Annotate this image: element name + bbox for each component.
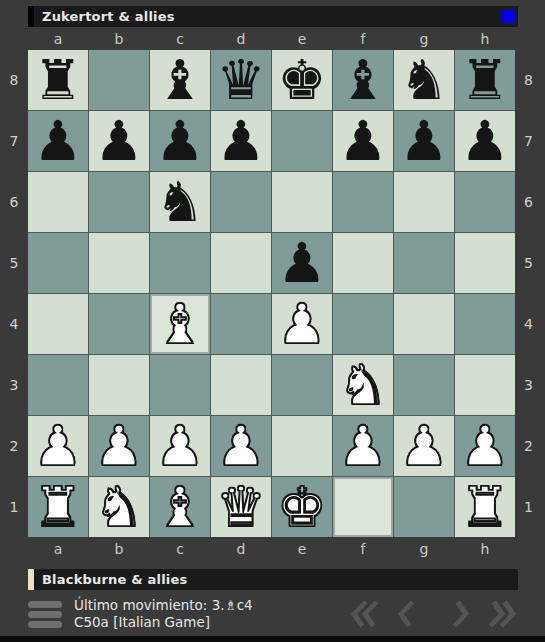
square-g7[interactable]: ♟ [394,111,454,171]
file-label-e: e [272,537,332,561]
rank-label-7: 7 [515,111,542,171]
chevron-left-icon [392,597,421,631]
piece-white-pawn[interactable]: ♟ [277,294,326,354]
file-label-b: b [89,27,149,50]
footer: Último movimiento: 3.♗c4 C50a [Italian G… [28,597,518,631]
rank-label-4: 4 [0,294,28,354]
square-e2[interactable] [272,416,332,476]
piece-black-pawn[interactable]: ♟ [277,233,326,293]
piece-white-pawn[interactable]: ♟ [216,416,265,476]
file-label-f: f [333,537,393,561]
square-h2[interactable]: ♟ [455,416,515,476]
chess-board[interactable]: ♜♝♛♚♝♞♜♟♟♟♟♟♟♟♞♟♝♟♞♟♟♟♟♟♟♟♜♞♝♛♚♜ [28,50,515,537]
rank-label-5: 5 [0,233,28,293]
square-b8[interactable] [89,50,149,110]
piece-black-knight[interactable]: ♞ [155,172,204,232]
rank-label-6: 6 [0,172,28,232]
square-e6[interactable] [272,172,332,232]
bottom-player-name: Blackburne & allies [42,572,187,587]
piece-black-bishop[interactable]: ♝ [155,50,204,110]
square-f8[interactable]: ♝ [333,50,393,110]
square-g8[interactable]: ♞ [394,50,454,110]
piece-black-pawn[interactable]: ♟ [216,111,265,171]
square-h3[interactable] [455,355,515,415]
square-f7[interactable]: ♟ [333,111,393,171]
square-f5[interactable] [333,233,393,293]
square-b2[interactable]: ♟ [89,416,149,476]
rank-label-2: 2 [515,416,542,476]
previous-move-button[interactable] [394,597,418,631]
square-f6[interactable] [333,172,393,232]
file-label-g: g [394,27,454,50]
piece-white-queen[interactable]: ♛ [216,477,265,537]
square-c1[interactable]: ♝ [150,477,210,537]
chevron-right-icon [447,597,476,631]
square-g2[interactable]: ♟ [394,416,454,476]
square-f3[interactable]: ♞ [333,355,393,415]
file-label-c: c [150,537,210,561]
next-move-button[interactable] [449,597,473,631]
rank-label-6: 6 [515,172,542,232]
square-h7[interactable]: ♟ [455,111,515,171]
double-chevron-left-icon [347,597,384,631]
piece-white-pawn[interactable]: ♟ [155,416,204,476]
rank-labels-right: 87654321 [515,50,542,537]
square-f4[interactable] [333,294,393,354]
file-label-d: d [211,27,271,50]
piece-black-pawn[interactable]: ♟ [94,111,143,171]
move-info: Último movimiento: 3.♗c4 C50a [Italian G… [74,597,253,631]
rank-label-1: 1 [0,477,28,537]
square-g4[interactable] [394,294,454,354]
rank-label-3: 3 [515,355,542,415]
square-d5[interactable] [211,233,271,293]
square-h6[interactable] [455,172,515,232]
top-player-bar: Zukertort & allies [28,6,518,27]
square-h5[interactable] [455,233,515,293]
rank-label-8: 8 [0,50,28,110]
bottom-player-bar: Blackburne & allies [28,569,518,590]
file-label-c: c [150,27,210,50]
piece-black-pawn[interactable]: ♟ [155,111,204,171]
square-d8[interactable]: ♛ [211,50,271,110]
menu-icon[interactable] [28,598,62,631]
file-label-g: g [394,537,454,561]
file-labels-bottom: abcdefgh [28,537,515,561]
rank-label-8: 8 [515,50,542,110]
square-a3[interactable] [28,355,88,415]
piece-black-queen[interactable]: ♛ [216,50,265,110]
double-chevron-right-icon [484,597,521,631]
square-c2[interactable]: ♟ [150,416,210,476]
piece-black-knight[interactable]: ♞ [399,50,448,110]
piece-black-rook[interactable]: ♜ [460,50,509,110]
file-label-h: h [455,537,515,561]
rank-label-4: 4 [515,294,542,354]
square-f2[interactable]: ♟ [333,416,393,476]
file-label-a: a [28,537,88,561]
square-h4[interactable] [455,294,515,354]
file-label-a: a [28,27,88,50]
piece-black-pawn[interactable]: ♟ [33,111,82,171]
piece-white-knight[interactable]: ♞ [338,355,387,415]
file-label-h: h [455,27,515,50]
square-d6[interactable] [211,172,271,232]
square-c3[interactable] [150,355,210,415]
square-d7[interactable]: ♟ [211,111,271,171]
file-label-b: b [89,537,149,561]
square-a4[interactable] [28,294,88,354]
last-move-button[interactable] [486,597,518,631]
square-e1[interactable]: ♚ [272,477,332,537]
piece-white-bishop[interactable]: ♝ [155,477,204,537]
square-c4[interactable]: ♝ [150,294,210,354]
piece-white-bishop[interactable]: ♝ [155,294,204,354]
piece-white-pawn[interactable]: ♟ [94,416,143,476]
square-e8[interactable]: ♚ [272,50,332,110]
status-indicator [502,10,515,23]
square-a2[interactable]: ♟ [28,416,88,476]
piece-black-bishop[interactable]: ♝ [338,50,387,110]
bottom-edge-strip [0,636,545,642]
square-g5[interactable] [394,233,454,293]
rank-label-7: 7 [0,111,28,171]
opening-text: C50a [Italian Game] [74,614,253,631]
rank-label-3: 3 [0,355,28,415]
square-d4[interactable] [211,294,271,354]
rank-label-1: 1 [515,477,542,537]
chess-app: Zukertort & allies abcdefgh 87654321 ♜♝♛… [0,0,545,642]
square-b1[interactable]: ♞ [89,477,149,537]
square-b5[interactable] [89,233,149,293]
piece-black-pawn[interactable]: ♟ [399,111,448,171]
piece-white-knight[interactable]: ♞ [94,477,143,537]
square-b4[interactable] [89,294,149,354]
square-c8[interactable]: ♝ [150,50,210,110]
file-label-d: d [211,537,271,561]
square-b3[interactable] [89,355,149,415]
square-g6[interactable] [394,172,454,232]
square-b6[interactable] [89,172,149,232]
first-move-button[interactable] [349,597,381,631]
last-move-text: Último movimiento: 3.♗c4 [74,597,253,614]
square-f1[interactable] [333,477,393,537]
board-strip: 87654321 ♜♝♛♚♝♞♜♟♟♟♟♟♟♟♞♟♝♟♞♟♟♟♟♟♟♟♜♞♝♛♚… [0,50,545,537]
piece-white-king[interactable]: ♚ [277,477,326,537]
piece-black-rook[interactable]: ♜ [33,50,82,110]
piece-black-pawn[interactable]: ♟ [338,111,387,171]
square-c5[interactable] [150,233,210,293]
square-a1[interactable]: ♜ [28,477,88,537]
piece-white-pawn[interactable]: ♟ [460,416,509,476]
square-e3[interactable] [272,355,332,415]
move-navigation [349,597,518,631]
rank-label-2: 2 [0,416,28,476]
piece-white-rook[interactable]: ♜ [33,477,82,537]
top-player-color-marker [28,6,34,27]
piece-black-pawn[interactable]: ♟ [460,111,509,171]
square-h8[interactable]: ♜ [455,50,515,110]
square-d2[interactable]: ♟ [211,416,271,476]
square-a6[interactable] [28,172,88,232]
top-player-name: Zukertort & allies [42,9,175,24]
square-b7[interactable]: ♟ [89,111,149,171]
square-a5[interactable] [28,233,88,293]
file-label-e: e [272,27,332,50]
bottom-player-color-marker [28,569,34,590]
square-c6[interactable]: ♞ [150,172,210,232]
piece-white-pawn[interactable]: ♟ [338,416,387,476]
square-a7[interactable]: ♟ [28,111,88,171]
square-e4[interactable]: ♟ [272,294,332,354]
piece-white-rook[interactable]: ♜ [460,477,509,537]
rank-labels-left: 87654321 [0,50,28,537]
rank-label-5: 5 [515,233,542,293]
piece-white-pawn[interactable]: ♟ [33,416,82,476]
square-a8[interactable]: ♜ [28,50,88,110]
square-d3[interactable] [211,355,271,415]
square-c7[interactable]: ♟ [150,111,210,171]
piece-black-king[interactable]: ♚ [277,50,326,110]
piece-white-pawn[interactable]: ♟ [399,416,448,476]
square-g3[interactable] [394,355,454,415]
square-e7[interactable] [272,111,332,171]
square-d1[interactable]: ♛ [211,477,271,537]
square-g1[interactable] [394,477,454,537]
file-label-f: f [333,27,393,50]
file-labels-top: abcdefgh [28,27,515,50]
square-e5[interactable]: ♟ [272,233,332,293]
square-h1[interactable]: ♜ [455,477,515,537]
